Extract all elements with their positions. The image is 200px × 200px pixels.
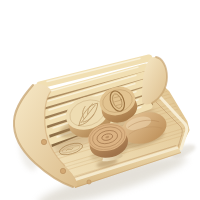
- dowel-peg: [87, 180, 91, 184]
- sauna-headrest-illustration: [0, 0, 200, 200]
- product-photo: [0, 0, 200, 200]
- dowel-peg: [60, 168, 65, 173]
- dowel-peg: [41, 139, 46, 144]
